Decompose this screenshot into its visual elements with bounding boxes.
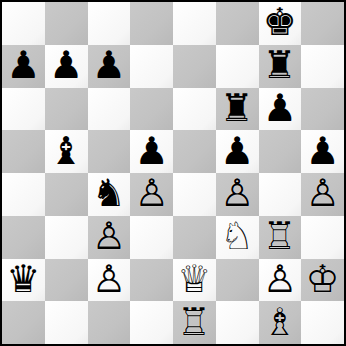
- square-e4[interactable]: [173, 173, 216, 216]
- square-a2[interactable]: ♛: [2, 259, 45, 302]
- square-a5[interactable]: [2, 130, 45, 173]
- square-f1[interactable]: [216, 301, 259, 344]
- square-b8[interactable]: [45, 2, 88, 45]
- piece-white-pawn: ♙: [220, 174, 254, 212]
- square-b1[interactable]: [45, 301, 88, 344]
- square-c1[interactable]: [88, 301, 131, 344]
- piece-white-queen: ♕: [177, 260, 211, 298]
- piece-white-pawn: ♙: [92, 260, 126, 298]
- square-c7[interactable]: ♟: [88, 45, 131, 88]
- square-g8[interactable]: ♚: [259, 2, 302, 45]
- square-e2[interactable]: ♕: [173, 259, 216, 302]
- square-h3[interactable]: [301, 216, 344, 259]
- square-d4[interactable]: ♙: [130, 173, 173, 216]
- square-f2[interactable]: [216, 259, 259, 302]
- chess-board: ♚♟♟♟♜♜♟♝♟♟♟♞♙♙♙♙♘♖♛♙♕♙♔♖♗: [0, 0, 346, 346]
- square-a1[interactable]: [2, 301, 45, 344]
- square-g2[interactable]: ♙: [259, 259, 302, 302]
- square-e6[interactable]: [173, 88, 216, 131]
- square-f6[interactable]: ♜: [216, 88, 259, 131]
- piece-black-rook: ♜: [263, 46, 297, 84]
- square-a8[interactable]: [2, 2, 45, 45]
- square-c6[interactable]: [88, 88, 131, 131]
- piece-black-bishop: ♝: [49, 132, 83, 170]
- piece-white-rook: ♖: [263, 217, 297, 255]
- square-f5[interactable]: ♟: [216, 130, 259, 173]
- square-b2[interactable]: [45, 259, 88, 302]
- square-h4[interactable]: ♙: [301, 173, 344, 216]
- square-e7[interactable]: [173, 45, 216, 88]
- square-c8[interactable]: [88, 2, 131, 45]
- piece-black-pawn: ♟: [92, 46, 126, 84]
- piece-white-knight: ♘: [220, 217, 254, 255]
- square-c2[interactable]: ♙: [88, 259, 131, 302]
- piece-black-pawn: ♟: [220, 132, 254, 170]
- piece-white-rook: ♖: [177, 303, 211, 341]
- square-e1[interactable]: ♖: [173, 301, 216, 344]
- square-a3[interactable]: [2, 216, 45, 259]
- square-b5[interactable]: ♝: [45, 130, 88, 173]
- square-b6[interactable]: [45, 88, 88, 131]
- square-f4[interactable]: ♙: [216, 173, 259, 216]
- piece-black-king: ♚: [263, 3, 297, 41]
- square-f8[interactable]: [216, 2, 259, 45]
- square-h8[interactable]: [301, 2, 344, 45]
- square-c4[interactable]: ♞: [88, 173, 131, 216]
- square-b3[interactable]: [45, 216, 88, 259]
- square-g1[interactable]: ♗: [259, 301, 302, 344]
- square-d7[interactable]: [130, 45, 173, 88]
- square-d5[interactable]: ♟: [130, 130, 173, 173]
- piece-black-pawn: ♟: [6, 46, 40, 84]
- square-b7[interactable]: ♟: [45, 45, 88, 88]
- piece-black-pawn: ♟: [306, 132, 340, 170]
- piece-black-rook: ♜: [220, 89, 254, 127]
- square-a7[interactable]: ♟: [2, 45, 45, 88]
- square-a6[interactable]: [2, 88, 45, 131]
- square-g5[interactable]: [259, 130, 302, 173]
- square-h7[interactable]: [301, 45, 344, 88]
- chess-diagram: ♚♟♟♟♜♜♟♝♟♟♟♞♙♙♙♙♘♖♛♙♕♙♔♖♗: [0, 0, 346, 346]
- square-d2[interactable]: [130, 259, 173, 302]
- square-h5[interactable]: ♟: [301, 130, 344, 173]
- square-g6[interactable]: ♟: [259, 88, 302, 131]
- piece-white-pawn: ♙: [306, 174, 340, 212]
- square-c3[interactable]: ♙: [88, 216, 131, 259]
- piece-white-pawn: ♙: [135, 174, 169, 212]
- piece-white-pawn: ♙: [92, 217, 126, 255]
- square-e8[interactable]: [173, 2, 216, 45]
- piece-black-pawn: ♟: [49, 46, 83, 84]
- piece-black-pawn: ♟: [263, 89, 297, 127]
- piece-black-queen: ♛: [6, 260, 40, 298]
- square-g3[interactable]: ♖: [259, 216, 302, 259]
- square-c5[interactable]: [88, 130, 131, 173]
- square-f7[interactable]: [216, 45, 259, 88]
- square-d6[interactable]: [130, 88, 173, 131]
- square-h1[interactable]: [301, 301, 344, 344]
- square-a4[interactable]: [2, 173, 45, 216]
- square-b4[interactable]: [45, 173, 88, 216]
- square-d1[interactable]: [130, 301, 173, 344]
- square-e5[interactable]: [173, 130, 216, 173]
- piece-white-pawn: ♙: [263, 260, 297, 298]
- square-d8[interactable]: [130, 2, 173, 45]
- piece-black-pawn: ♟: [135, 132, 169, 170]
- square-d3[interactable]: [130, 216, 173, 259]
- square-e3[interactable]: [173, 216, 216, 259]
- square-h6[interactable]: [301, 88, 344, 131]
- square-g7[interactable]: ♜: [259, 45, 302, 88]
- piece-white-bishop: ♗: [263, 303, 297, 341]
- piece-white-king: ♔: [306, 260, 340, 298]
- piece-black-knight: ♞: [92, 174, 126, 212]
- square-h2[interactable]: ♔: [301, 259, 344, 302]
- square-f3[interactable]: ♘: [216, 216, 259, 259]
- square-g4[interactable]: [259, 173, 302, 216]
